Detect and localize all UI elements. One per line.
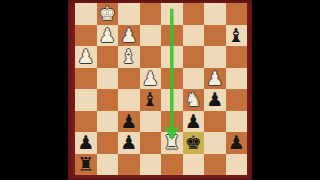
square-h2[interactable]: ♟ bbox=[226, 132, 248, 154]
square-g3[interactable] bbox=[204, 111, 226, 133]
black-bishop-d4: ♝ bbox=[142, 89, 159, 111]
square-h6[interactable] bbox=[226, 46, 248, 68]
square-a7[interactable] bbox=[75, 25, 97, 47]
square-h5[interactable] bbox=[226, 68, 248, 90]
square-d8[interactable] bbox=[140, 3, 162, 25]
square-a2[interactable]: ♟ bbox=[75, 132, 97, 154]
square-g4[interactable]: ♟ bbox=[204, 89, 226, 111]
square-g2[interactable] bbox=[204, 132, 226, 154]
square-c5[interactable] bbox=[118, 68, 140, 90]
screenshot-root: ♚♟♟♝♟♝♟♟♝♞♟♟♟♟♟♜♚♟♜ bbox=[0, 0, 320, 180]
white-pawn-g5: ♟ bbox=[206, 67, 223, 89]
square-a6[interactable]: ♟ bbox=[75, 46, 97, 68]
chess-board: ♚♟♟♝♟♝♟♟♝♞♟♟♟♟♟♜♚♟♜ bbox=[75, 3, 247, 175]
square-a5[interactable] bbox=[75, 68, 97, 90]
square-g8[interactable] bbox=[204, 3, 226, 25]
square-b2[interactable] bbox=[97, 132, 119, 154]
square-c7[interactable]: ♟ bbox=[118, 25, 140, 47]
square-e1[interactable] bbox=[161, 154, 183, 176]
chess-board-frame: ♚♟♟♝♟♝♟♟♝♞♟♟♟♟♟♜♚♟♜ bbox=[68, 0, 252, 180]
square-f7[interactable] bbox=[183, 25, 205, 47]
square-e4[interactable] bbox=[161, 89, 183, 111]
white-king-b8: ♚ bbox=[99, 3, 116, 25]
black-pawn-h2: ♟ bbox=[228, 132, 245, 154]
square-a4[interactable] bbox=[75, 89, 97, 111]
square-b8[interactable]: ♚ bbox=[97, 3, 119, 25]
square-g6[interactable] bbox=[204, 46, 226, 68]
white-knight-f4: ♞ bbox=[185, 89, 202, 111]
square-f8[interactable] bbox=[183, 3, 205, 25]
square-h4[interactable] bbox=[226, 89, 248, 111]
square-e3[interactable] bbox=[161, 111, 183, 133]
white-pawn-b7: ♟ bbox=[99, 24, 116, 46]
right-letterbox-bar bbox=[252, 0, 320, 180]
square-d2[interactable] bbox=[140, 132, 162, 154]
square-b5[interactable] bbox=[97, 68, 119, 90]
square-h8[interactable] bbox=[226, 3, 248, 25]
white-bishop-c6: ♝ bbox=[120, 46, 137, 68]
square-a3[interactable] bbox=[75, 111, 97, 133]
square-c6[interactable]: ♝ bbox=[118, 46, 140, 68]
square-c4[interactable] bbox=[118, 89, 140, 111]
square-b4[interactable] bbox=[97, 89, 119, 111]
square-f1[interactable] bbox=[183, 154, 205, 176]
left-letterbox-bar bbox=[0, 0, 68, 180]
square-f3[interactable]: ♟ bbox=[183, 111, 205, 133]
square-b1[interactable] bbox=[97, 154, 119, 176]
black-rook-a1: ♜ bbox=[77, 153, 94, 175]
black-pawn-c3: ♟ bbox=[120, 110, 137, 132]
square-d4[interactable]: ♝ bbox=[140, 89, 162, 111]
black-pawn-a2: ♟ bbox=[77, 132, 94, 154]
white-rook-e2: ♜ bbox=[163, 132, 180, 154]
square-c1[interactable] bbox=[118, 154, 140, 176]
black-bishop-h7: ♝ bbox=[228, 24, 245, 46]
square-h3[interactable] bbox=[226, 111, 248, 133]
square-d1[interactable] bbox=[140, 154, 162, 176]
square-b7[interactable]: ♟ bbox=[97, 25, 119, 47]
square-d6[interactable] bbox=[140, 46, 162, 68]
white-pawn-c7: ♟ bbox=[120, 24, 137, 46]
square-h7[interactable]: ♝ bbox=[226, 25, 248, 47]
square-e5[interactable] bbox=[161, 68, 183, 90]
square-e8[interactable] bbox=[161, 3, 183, 25]
square-g1[interactable] bbox=[204, 154, 226, 176]
square-f4[interactable]: ♞ bbox=[183, 89, 205, 111]
square-b6[interactable] bbox=[97, 46, 119, 68]
square-c2[interactable]: ♟ bbox=[118, 132, 140, 154]
black-pawn-f3: ♟ bbox=[185, 110, 202, 132]
square-a8[interactable] bbox=[75, 3, 97, 25]
square-g5[interactable]: ♟ bbox=[204, 68, 226, 90]
square-c8[interactable] bbox=[118, 3, 140, 25]
black-king-f2: ♚ bbox=[185, 132, 202, 154]
white-pawn-a6: ♟ bbox=[77, 46, 94, 68]
square-e7[interactable] bbox=[161, 25, 183, 47]
square-h1[interactable] bbox=[226, 154, 248, 176]
square-g7[interactable] bbox=[204, 25, 226, 47]
white-pawn-d5: ♟ bbox=[142, 67, 159, 89]
square-e6[interactable] bbox=[161, 46, 183, 68]
square-d3[interactable] bbox=[140, 111, 162, 133]
square-e2[interactable]: ♜ bbox=[161, 132, 183, 154]
square-b3[interactable] bbox=[97, 111, 119, 133]
square-f5[interactable] bbox=[183, 68, 205, 90]
black-pawn-g4: ♟ bbox=[206, 89, 223, 111]
square-d5[interactable]: ♟ bbox=[140, 68, 162, 90]
black-pawn-c2: ♟ bbox=[120, 132, 137, 154]
square-d7[interactable] bbox=[140, 25, 162, 47]
square-f2[interactable]: ♚ bbox=[183, 132, 205, 154]
square-c3[interactable]: ♟ bbox=[118, 111, 140, 133]
square-f6[interactable] bbox=[183, 46, 205, 68]
square-a1[interactable]: ♜ bbox=[75, 154, 97, 176]
